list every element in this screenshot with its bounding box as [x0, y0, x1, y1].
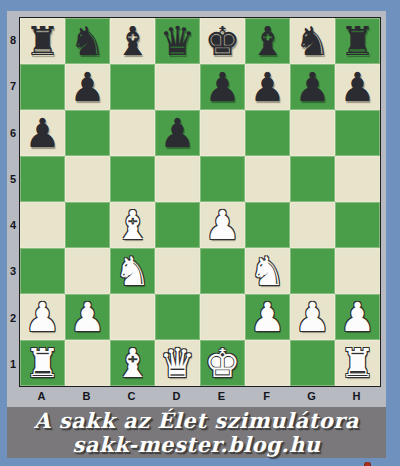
- piece-black-bishop[interactable]: ♝: [115, 18, 151, 64]
- square-e4[interactable]: ♟: [200, 202, 245, 248]
- square-a5[interactable]: [20, 156, 65, 202]
- square-c3[interactable]: ♞: [110, 248, 155, 294]
- square-d8[interactable]: ♛: [155, 18, 200, 64]
- square-h1[interactable]: ♜: [335, 340, 380, 386]
- square-f3[interactable]: ♞: [245, 248, 290, 294]
- square-e6[interactable]: [200, 110, 245, 156]
- square-f2[interactable]: ♟: [245, 294, 290, 340]
- piece-black-pawn[interactable]: ♟: [205, 64, 241, 110]
- piece-white-knight[interactable]: ♞: [250, 248, 286, 294]
- square-c6[interactable]: [110, 110, 155, 156]
- rank-label-1: 1: [7, 341, 19, 387]
- square-h3[interactable]: [335, 248, 380, 294]
- square-h5[interactable]: [335, 156, 380, 202]
- square-d1[interactable]: ♛: [155, 340, 200, 386]
- piece-black-bishop[interactable]: ♝: [250, 18, 286, 64]
- square-c1[interactable]: ♝: [110, 340, 155, 386]
- square-f8[interactable]: ♝: [245, 18, 290, 64]
- square-e7[interactable]: ♟: [200, 64, 245, 110]
- square-b8[interactable]: ♞: [65, 18, 110, 64]
- square-h4[interactable]: [335, 202, 380, 248]
- rank-label-3: 3: [7, 248, 19, 294]
- piece-black-pawn[interactable]: ♟: [70, 64, 106, 110]
- piece-black-pawn[interactable]: ♟: [295, 64, 331, 110]
- rank-label-4: 4: [7, 202, 19, 248]
- piece-white-bishop[interactable]: ♝: [115, 202, 151, 248]
- square-e8[interactable]: ♚: [200, 18, 245, 64]
- square-b6[interactable]: [65, 110, 110, 156]
- square-h8[interactable]: ♜: [335, 18, 380, 64]
- square-f5[interactable]: [245, 156, 290, 202]
- square-e3[interactable]: [200, 248, 245, 294]
- piece-white-pawn[interactable]: ♟: [250, 294, 286, 340]
- caption-banner: A sakk az Élet szimulátora sakk-mester.b…: [7, 407, 386, 458]
- square-a1[interactable]: ♜: [20, 340, 65, 386]
- square-f7[interactable]: ♟: [245, 64, 290, 110]
- file-label-f: F: [244, 387, 289, 402]
- square-g3[interactable]: [290, 248, 335, 294]
- square-d3[interactable]: [155, 248, 200, 294]
- square-g7[interactable]: ♟: [290, 64, 335, 110]
- square-h7[interactable]: ♟: [335, 64, 380, 110]
- square-c8[interactable]: ♝: [110, 18, 155, 64]
- square-f6[interactable]: [245, 110, 290, 156]
- square-f4[interactable]: [245, 202, 290, 248]
- file-labels: ABCDEFGH: [19, 387, 381, 407]
- square-d6[interactable]: ♟: [155, 110, 200, 156]
- piece-black-pawn[interactable]: ♟: [340, 64, 376, 110]
- piece-white-pawn[interactable]: ♟: [340, 294, 376, 340]
- square-g1[interactable]: [290, 340, 335, 386]
- square-d5[interactable]: [155, 156, 200, 202]
- square-g8[interactable]: ♞: [290, 18, 335, 64]
- square-a6[interactable]: ♟: [20, 110, 65, 156]
- piece-white-bishop[interactable]: ♝: [115, 340, 151, 386]
- piece-black-king[interactable]: ♚: [205, 18, 241, 64]
- piece-black-knight[interactable]: ♞: [295, 18, 331, 64]
- square-a7[interactable]: [20, 64, 65, 110]
- square-c2[interactable]: [110, 294, 155, 340]
- file-label-d: D: [154, 387, 199, 402]
- square-b4[interactable]: [65, 202, 110, 248]
- board-panel: 87654321 ♜♞♝♛♚♝♞♜♟♟♟♟♟♟♟♝♟♞♞♟♟♟♟♟♜♝♛♚♜ A…: [7, 11, 386, 407]
- square-a8[interactable]: ♜: [20, 18, 65, 64]
- rank-label-2: 2: [7, 295, 19, 341]
- piece-white-rook[interactable]: ♜: [25, 340, 61, 386]
- square-a3[interactable]: [20, 248, 65, 294]
- piece-black-rook[interactable]: ♜: [340, 18, 376, 64]
- piece-black-rook[interactable]: ♜: [25, 18, 61, 64]
- square-b3[interactable]: [65, 248, 110, 294]
- piece-white-pawn[interactable]: ♟: [295, 294, 331, 340]
- square-c5[interactable]: [110, 156, 155, 202]
- square-a4[interactable]: [20, 202, 65, 248]
- rank-labels: 87654321: [7, 17, 19, 387]
- rank-label-8: 8: [7, 17, 19, 63]
- piece-black-queen[interactable]: ♛: [160, 18, 196, 64]
- square-c7[interactable]: [110, 64, 155, 110]
- file-label-e: E: [199, 387, 244, 402]
- square-d4[interactable]: [155, 202, 200, 248]
- piece-black-pawn[interactable]: ♟: [25, 110, 61, 156]
- piece-white-pawn[interactable]: ♟: [70, 294, 106, 340]
- piece-white-rook[interactable]: ♜: [340, 340, 376, 386]
- piece-white-knight[interactable]: ♞: [115, 248, 151, 294]
- square-d7[interactable]: [155, 64, 200, 110]
- square-f1[interactable]: [245, 340, 290, 386]
- file-label-g: G: [289, 387, 334, 402]
- caption-url: sakk-mester.blog.hu: [72, 433, 320, 457]
- square-b7[interactable]: ♟: [65, 64, 110, 110]
- square-g5[interactable]: [290, 156, 335, 202]
- file-label-c: C: [109, 387, 154, 402]
- piece-white-queen[interactable]: ♛: [160, 340, 196, 386]
- rank-label-6: 6: [7, 110, 19, 156]
- square-b2[interactable]: ♟: [65, 294, 110, 340]
- square-c4[interactable]: ♝: [110, 202, 155, 248]
- square-g4[interactable]: [290, 202, 335, 248]
- chess-board: ♜♞♝♛♚♝♞♜♟♟♟♟♟♟♟♝♟♞♞♟♟♟♟♟♜♝♛♚♜: [19, 17, 381, 387]
- square-g2[interactable]: ♟: [290, 294, 335, 340]
- file-label-a: A: [19, 387, 64, 402]
- piece-black-pawn[interactable]: ♟: [250, 64, 286, 110]
- piece-black-knight[interactable]: ♞: [70, 18, 106, 64]
- square-e2[interactable]: [200, 294, 245, 340]
- file-label-h: H: [334, 387, 379, 402]
- piece-black-pawn[interactable]: ♟: [160, 110, 196, 156]
- square-b5[interactable]: [65, 156, 110, 202]
- piece-white-king[interactable]: ♚: [205, 340, 241, 386]
- square-g6[interactable]: [290, 110, 335, 156]
- board-wrap: ♜♞♝♛♚♝♞♜♟♟♟♟♟♟♟♝♟♞♞♟♟♟♟♟♜♝♛♚♜: [19, 17, 381, 387]
- square-e5[interactable]: [200, 156, 245, 202]
- piece-white-pawn[interactable]: ♟: [205, 202, 241, 248]
- square-h2[interactable]: ♟: [335, 294, 380, 340]
- square-b1[interactable]: [65, 340, 110, 386]
- square-h6[interactable]: [335, 110, 380, 156]
- diagram-frame: 87654321 ♜♞♝♛♚♝♞♜♟♟♟♟♟♟♟♝♟♞♞♟♟♟♟♟♜♝♛♚♜ A…: [0, 0, 400, 466]
- square-d2[interactable]: [155, 294, 200, 340]
- square-e1[interactable]: ♚: [200, 340, 245, 386]
- rank-label-5: 5: [7, 156, 19, 202]
- piece-white-pawn[interactable]: ♟: [25, 294, 61, 340]
- caption-title: A sakk az Élet szimulátora: [34, 409, 359, 433]
- square-a2[interactable]: ♟: [20, 294, 65, 340]
- file-label-b: B: [64, 387, 109, 402]
- rank-label-7: 7: [7, 63, 19, 109]
- move-arrow-shaft: [364, 462, 371, 466]
